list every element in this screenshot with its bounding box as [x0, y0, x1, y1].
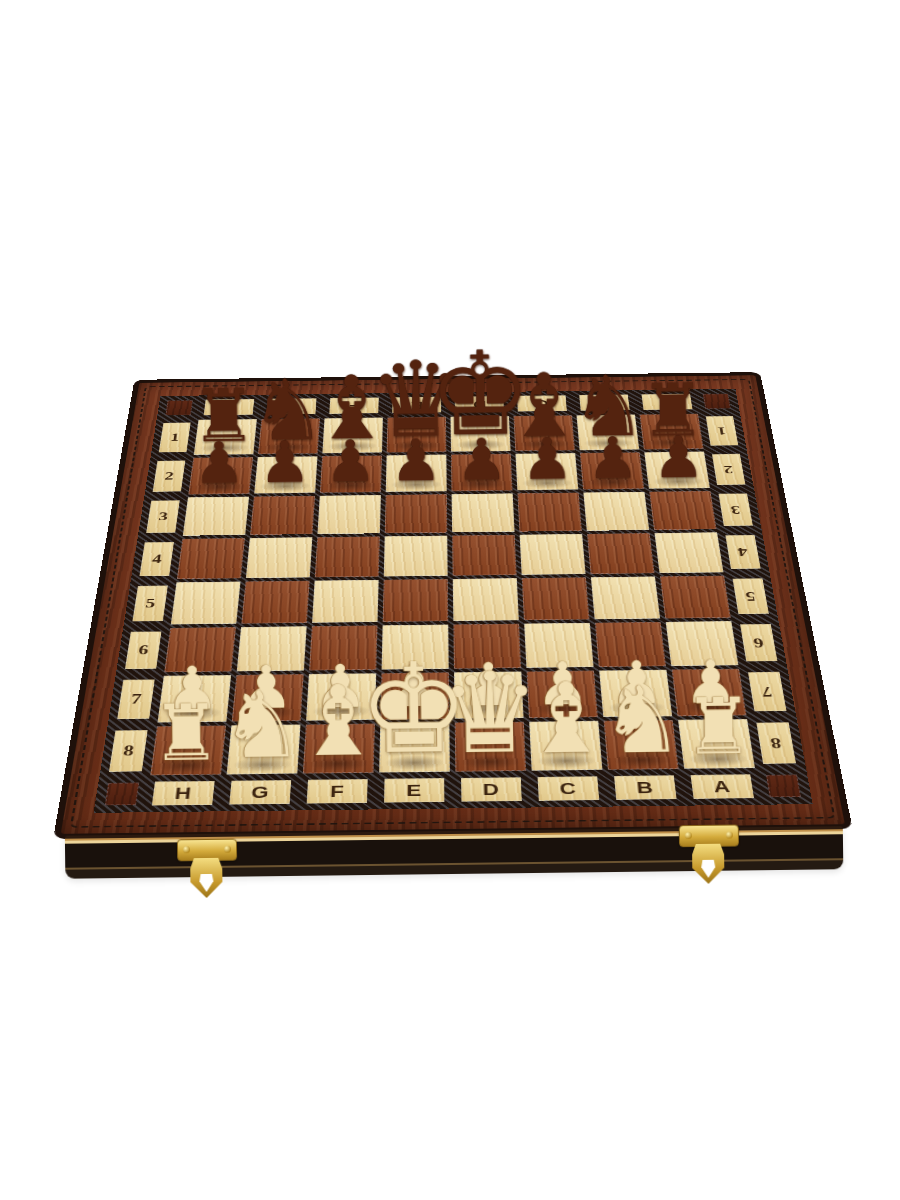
board-grid: HGFEDCBA1♜♞♝♛♚♝♞♜12♟♟♟♟♟♟♟♟2334455667♟♟♟… [94, 389, 813, 813]
file-label-bottom-e-cell: E [384, 778, 445, 803]
rank-label-left-5-label: 5 [144, 596, 156, 611]
square-h3[interactable] [183, 497, 249, 536]
rank-label-right-3: 3 [715, 490, 756, 529]
square-e4[interactable] [384, 536, 448, 577]
square-d5[interactable] [453, 578, 519, 621]
square-b2[interactable]: ♟ [580, 452, 644, 489]
file-label-bottom-a-cell: A [691, 774, 755, 799]
file-label-top-b-label: B [597, 396, 612, 408]
rank-label-left-1: 1 [156, 420, 194, 455]
latch-left-hasp[interactable] [190, 858, 222, 898]
square-b3[interactable] [583, 492, 649, 531]
rank-label-left-6: 6 [121, 628, 165, 673]
rank-label-right-5-cell: 5 [733, 578, 770, 614]
square-g3[interactable] [250, 496, 315, 535]
board-frame: HGFEDCBA1♜♞♝♛♚♝♞♜12♟♟♟♟♟♟♟♟2334455667♟♟♟… [53, 372, 853, 839]
latch-left[interactable] [177, 839, 236, 899]
rank-label-right-1: 1 [703, 413, 742, 448]
rank-label-left-8-cell: 8 [109, 730, 148, 772]
light-knight-g8[interactable]: ♞ [220, 682, 304, 768]
corner-top-left-cell [165, 400, 193, 415]
square-e8[interactable]: ♚ [379, 723, 450, 773]
rank-label-right-1-cell: 1 [706, 416, 739, 446]
rank-label-left-5: 5 [129, 582, 172, 625]
square-g2[interactable]: ♟ [254, 456, 317, 493]
rank-label-right-1-label: 1 [717, 425, 728, 437]
square-c5[interactable] [522, 577, 590, 620]
square-b5[interactable] [591, 576, 660, 619]
board-tilt: HGFEDCBA1♜♞♝♛♚♝♞♜12♟♟♟♟♟♟♟♟2334455667♟♟♟… [53, 372, 853, 839]
square-c3[interactable] [517, 493, 581, 532]
dark-pawn-b2[interactable]: ♟ [587, 432, 639, 485]
rank-label-left-7-cell: 7 [117, 679, 155, 719]
rank-label-right-6-cell: 6 [740, 624, 778, 662]
file-label-bottom-g: G [223, 778, 297, 808]
rank-label-left-7-label: 7 [130, 691, 142, 707]
corner-bottom-right-cell [766, 775, 801, 798]
square-c8[interactable]: ♝ [529, 721, 602, 771]
rank-label-left-8: 8 [105, 726, 152, 776]
square-c2[interactable]: ♟ [515, 453, 578, 490]
square-a4[interactable] [654, 532, 723, 573]
corner-bottom-left-cell [105, 783, 140, 806]
dark-pawn-c2[interactable]: ♟ [521, 433, 573, 486]
square-f4[interactable] [315, 536, 380, 577]
light-rook-h8[interactable]: ♜ [151, 697, 221, 769]
file-label-top-e-label: E [410, 399, 423, 411]
square-c4[interactable] [520, 534, 586, 575]
corner-bottom-right [761, 771, 806, 800]
rank-label-right-7-cell: 7 [748, 672, 787, 712]
rank-label-left-6-label: 6 [137, 642, 149, 657]
corner-bottom-left [100, 779, 144, 808]
file-label-bottom-h-cell: H [152, 781, 215, 806]
rank-label-right-5-label: 5 [745, 589, 757, 604]
corner-top-right-cell [703, 394, 731, 409]
rank-label-left-2-cell: 2 [153, 461, 186, 492]
square-b8[interactable]: ♞ [604, 720, 679, 770]
square-e2[interactable]: ♟ [386, 455, 447, 492]
file-label-bottom-g-label: G [250, 783, 270, 802]
file-label-bottom-c-label: C [559, 779, 577, 798]
square-d3[interactable] [452, 493, 515, 532]
rank-label-right-8: 8 [752, 718, 800, 767]
file-label-top-f-label: F [348, 400, 361, 412]
file-label-bottom-b-cell: B [614, 775, 677, 800]
rank-label-right-3-cell: 3 [719, 493, 754, 526]
rank-label-right-8-cell: 8 [756, 722, 796, 764]
square-a3[interactable] [649, 491, 716, 530]
rank-label-right-4-cell: 4 [725, 535, 761, 569]
latch-left-plate [177, 839, 237, 862]
rank-label-right-8-label: 8 [769, 734, 782, 751]
file-label-bottom-c: C [532, 774, 605, 804]
rank-label-left-1-cell: 1 [159, 423, 191, 453]
square-g4[interactable] [246, 537, 313, 578]
dark-pawn-h2[interactable]: ♟ [193, 437, 245, 490]
dark-pawn-e2[interactable]: ♟ [390, 434, 442, 487]
rank-label-left-4-cell: 4 [139, 542, 174, 576]
file-label-bottom-a: A [685, 772, 761, 802]
file-label-top-d-label: D [472, 398, 486, 410]
file-label-top-h-label: H [221, 401, 236, 413]
file-label-bottom-a-label: A [712, 777, 732, 796]
light-rook-a8[interactable]: ♜ [683, 691, 753, 763]
file-label-bottom-d: D [455, 775, 527, 805]
rank-label-left-3-cell: 3 [146, 500, 180, 533]
square-a5[interactable] [660, 576, 731, 619]
rank-label-right-2-cell: 2 [712, 454, 746, 485]
rank-label-right-4-label: 4 [737, 545, 749, 559]
file-label-bottom-e: E [378, 776, 450, 806]
rank-label-right-4: 4 [722, 532, 765, 573]
square-h8[interactable]: ♜ [150, 725, 226, 775]
rank-label-right-7-label: 7 [761, 683, 774, 699]
file-label-bottom-b-label: B [636, 778, 655, 797]
file-label-bottom-f-label: F [330, 782, 346, 801]
file-label-bottom-g-cell: G [229, 780, 291, 805]
dark-pawn-g2[interactable]: ♟ [259, 436, 311, 489]
square-e3[interactable] [385, 494, 447, 533]
square-h4[interactable] [177, 538, 245, 579]
dark-pawn-d2[interactable]: ♟ [456, 433, 508, 486]
light-king-e8[interactable]: ♚ [358, 652, 470, 767]
square-b4[interactable] [587, 533, 655, 574]
rank-label-right-5: 5 [729, 575, 773, 618]
file-label-bottom-h: H [146, 778, 221, 808]
rank-label-right-2: 2 [709, 451, 749, 488]
square-e5[interactable] [383, 579, 449, 622]
square-a8[interactable]: ♜ [678, 719, 755, 769]
file-label-bottom-d-cell: D [461, 777, 522, 802]
square-a2[interactable]: ♟ [644, 451, 710, 488]
file-label-top-c-label: C [534, 397, 549, 409]
rank-label-left-1-label: 1 [170, 431, 181, 443]
file-label-top-a-label: A [659, 396, 675, 408]
square-d2[interactable]: ♟ [451, 454, 513, 491]
file-label-bottom-h-label: H [174, 784, 193, 803]
rank-label-left-2-label: 2 [164, 470, 175, 483]
rank-label-left-3: 3 [143, 497, 183, 536]
file-label-bottom-e-label: E [406, 781, 422, 800]
rank-label-right-3-label: 3 [730, 503, 741, 516]
dark-pawn-a2[interactable]: ♟ [653, 431, 705, 484]
file-label-bottom-f-cell: F [307, 779, 368, 804]
file-label-top-g-label: G [284, 400, 300, 412]
rank-label-left-6-cell: 6 [125, 631, 162, 669]
dark-pawn-f2[interactable]: ♟ [324, 435, 376, 488]
rank-label-left-3-label: 3 [158, 510, 169, 523]
latch-right[interactable] [679, 825, 738, 885]
square-h2[interactable]: ♟ [188, 457, 253, 494]
square-f2[interactable]: ♟ [320, 455, 382, 492]
square-h5[interactable] [171, 581, 241, 624]
rank-label-left-4-label: 4 [151, 552, 162, 566]
square-g8[interactable]: ♞ [227, 724, 301, 774]
light-knight-b8[interactable]: ♞ [600, 677, 684, 763]
rank-label-left-2: 2 [149, 458, 188, 495]
file-label-bottom-c-cell: C [538, 776, 600, 801]
rank-label-left-8-label: 8 [122, 742, 135, 759]
rank-label-right-6-label: 6 [752, 635, 764, 650]
square-d4[interactable] [452, 535, 517, 576]
file-label-bottom-d-label: D [482, 780, 500, 799]
rank-label-right-2-label: 2 [723, 463, 734, 476]
file-label-bottom-f: F [301, 777, 374, 807]
chess-set-assembly: HGFEDCBA1♜♞♝♛♚♝♞♜12♟♟♟♟♟♟♟♟2334455667♟♟♟… [0, 0, 900, 1200]
file-label-bottom-b: B [608, 773, 682, 803]
rank-label-left-4: 4 [136, 539, 178, 580]
square-g5[interactable] [241, 581, 309, 624]
rank-label-left-5-cell: 5 [132, 586, 168, 622]
square-f3[interactable] [317, 495, 380, 534]
light-bishop-c8[interactable]: ♝ [522, 674, 610, 764]
rank-label-right-6: 6 [736, 621, 781, 666]
square-f5[interactable] [312, 580, 379, 623]
latch-right-hasp[interactable] [692, 844, 724, 884]
product-photo: HGFEDCBA1♜♞♝♛♚♝♞♜12♟♟♟♟♟♟♟♟2334455667♟♟♟… [0, 0, 900, 1200]
latch-right-plate [679, 824, 739, 847]
